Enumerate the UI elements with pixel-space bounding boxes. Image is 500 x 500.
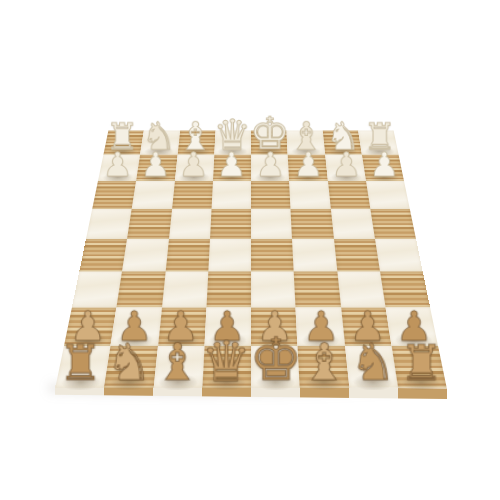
square-b8: ♞	[104, 346, 157, 388]
piece-tan-onyx-knight: ♞	[106, 340, 152, 387]
square-g3	[327, 181, 370, 209]
square-c6	[161, 272, 208, 307]
chess-set-photo: ♜♞♝♛♚♝♞♜♟♟♟♟♟♟♟♟♟♟♟♟♟♟♟♟♜♞♝♛♚♝♞♜	[0, 0, 500, 500]
square-e3	[251, 181, 291, 209]
square-f8: ♝	[298, 346, 349, 388]
square-h5	[375, 239, 423, 272]
square-g2: ♟	[325, 155, 366, 181]
square-f6	[294, 272, 341, 307]
square-b6	[117, 272, 165, 307]
square-e5	[251, 239, 294, 272]
piece-tan-onyx-rook: ♜	[58, 342, 102, 387]
piece-white-onyx-pawn: ♟	[293, 150, 323, 181]
square-g8: ♞	[345, 346, 398, 388]
piece-tan-onyx-bishop: ♝	[301, 340, 347, 387]
square-f2: ♟	[288, 155, 328, 181]
square-h4	[370, 209, 416, 239]
square-a8: ♜	[55, 346, 110, 388]
board-scene: ♜♞♝♛♚♝♞♜♟♟♟♟♟♟♟♟♟♟♟♟♟♟♟♟♜♞♝♛♚♝♞♜	[86, 74, 416, 404]
piece-tan-onyx-bishop: ♝	[155, 340, 201, 387]
square-c2: ♟	[175, 155, 215, 181]
piece-white-onyx-pawn: ♟	[102, 150, 132, 181]
square-g4	[330, 209, 374, 239]
chess-board: ♜♞♝♛♚♝♞♜♟♟♟♟♟♟♟♟♟♟♟♟♟♟♟♟♜♞♝♛♚♝♞♜	[55, 131, 446, 388]
square-d3	[211, 181, 251, 209]
square-h6	[380, 272, 430, 307]
square-h3	[366, 181, 410, 209]
square-a5	[79, 239, 127, 272]
piece-tan-onyx-queen: ♛	[202, 336, 252, 387]
square-h2: ♟	[362, 155, 404, 181]
piece-white-onyx-pawn: ♟	[332, 150, 362, 181]
piece-tan-onyx-knight: ♞	[350, 340, 396, 387]
piece-white-onyx-pawn: ♟	[370, 150, 400, 181]
square-a2: ♟	[98, 155, 140, 181]
square-a4	[86, 209, 132, 239]
piece-tan-onyx-king: ♚	[249, 332, 302, 386]
square-c4	[169, 209, 212, 239]
square-e6	[251, 272, 296, 307]
square-e8: ♚	[251, 346, 300, 388]
square-d6	[206, 272, 251, 307]
piece-white-onyx-pawn: ♟	[255, 150, 285, 181]
square-f3	[289, 181, 330, 209]
piece-white-onyx-pawn: ♟	[179, 150, 209, 181]
square-g6	[337, 272, 385, 307]
square-d5	[208, 239, 251, 272]
square-f5	[292, 239, 337, 272]
square-e4	[251, 209, 292, 239]
square-d8: ♛	[202, 346, 251, 388]
square-a3	[92, 181, 136, 209]
square-b3	[132, 181, 175, 209]
square-b4	[127, 209, 171, 239]
square-a6	[72, 272, 122, 307]
square-d2: ♟	[213, 155, 251, 181]
piece-white-onyx-pawn: ♟	[141, 150, 171, 181]
square-b5	[122, 239, 168, 272]
square-c3	[172, 181, 213, 209]
square-f4	[291, 209, 334, 239]
square-h8: ♜	[391, 346, 446, 388]
square-b2: ♟	[136, 155, 177, 181]
piece-white-onyx-pawn: ♟	[217, 150, 247, 181]
piece-tan-onyx-rook: ♜	[400, 342, 444, 387]
square-c8: ♝	[153, 346, 204, 388]
square-g5	[334, 239, 380, 272]
square-e2: ♟	[251, 155, 289, 181]
square-d4	[210, 209, 251, 239]
square-c5	[165, 239, 210, 272]
